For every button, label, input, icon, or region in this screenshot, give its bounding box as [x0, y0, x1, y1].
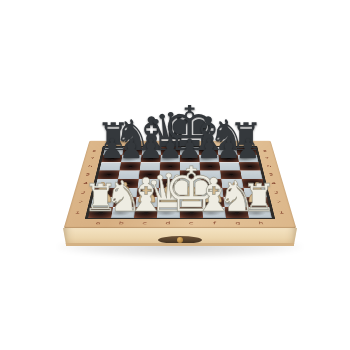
rank-label-right-8: 8 — [263, 150, 268, 152]
rank-label-right-2: 2 — [276, 201, 282, 204]
case-front-lip — [63, 243, 297, 246]
rank-label-right-5: 5 — [269, 173, 275, 176]
peg-hole-icon — [248, 166, 252, 167]
rank-label-right-1: 1 — [279, 211, 286, 214]
rank-label-left-6: 6 — [88, 165, 94, 168]
chess-set-photo: 1122334455667788abcdefgh ♜♞♝♛♚♝♞♜♟♟♟♟♟♟♟… — [0, 0, 350, 350]
file-label-h: h — [258, 221, 264, 225]
piece-white-r-h1[interactable]: ♜ — [242, 180, 276, 218]
file-label-b: b — [119, 221, 125, 225]
rank-label-right-6: 6 — [267, 165, 273, 168]
rank-label-left-7: 7 — [90, 157, 95, 160]
file-label-a: a — [95, 221, 101, 225]
rank-label-left-5: 5 — [85, 173, 91, 176]
file-label-g: g — [235, 221, 241, 225]
rank-label-right-7: 7 — [265, 157, 270, 160]
piece-black-p-h7[interactable]: ♟ — [236, 135, 260, 162]
rank-label-left-1: 1 — [75, 211, 82, 214]
peg-hole-icon — [129, 166, 133, 167]
pieces-layer: ♜♞♝♛♚♝♞♜♟♟♟♟♟♟♟♟♟♟♟♟♟♟♟♟♜♞♝♛♚♝♞♜ — [0, 0, 350, 350]
case-front-face — [63, 228, 297, 246]
